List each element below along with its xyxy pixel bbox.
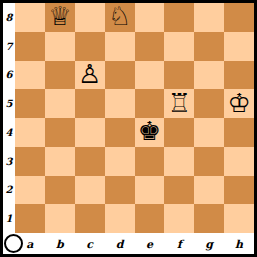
square-h7[interactable] [224,32,254,61]
square-d5[interactable] [105,89,135,118]
square-h2[interactable] [224,176,254,205]
square-e7[interactable] [135,32,165,61]
square-b5[interactable] [45,89,75,118]
square-f4[interactable] [164,118,194,147]
chess-diagram: 8 7 6 5 4 3 2 1 ♕♘♙♖♔♚ a b c d e f g h [0,0,257,257]
square-b8[interactable]: ♕ [45,3,75,32]
square-e3[interactable] [135,147,165,176]
rank-label-6: 6 [3,61,15,90]
square-c1[interactable] [75,204,105,233]
square-d3[interactable] [105,147,135,176]
file-label-e: e [135,233,165,254]
square-c2[interactable] [75,176,105,205]
square-a4[interactable] [15,118,45,147]
square-h4[interactable] [224,118,254,147]
square-g7[interactable] [194,32,224,61]
square-c3[interactable] [75,147,105,176]
square-a8[interactable] [15,3,45,32]
piece-white-king[interactable]: ♔ [227,90,250,116]
square-h8[interactable] [224,3,254,32]
square-a1[interactable] [15,204,45,233]
square-e5[interactable] [135,89,165,118]
square-g2[interactable] [194,176,224,205]
square-f7[interactable] [164,32,194,61]
square-b6[interactable] [45,61,75,90]
piece-white-knight[interactable]: ♘ [108,3,131,29]
piece-black-king[interactable]: ♚ [138,118,161,144]
square-g6[interactable] [194,61,224,90]
square-a3[interactable] [15,147,45,176]
square-a5[interactable] [15,89,45,118]
file-labels: a b c d e f g h [15,233,254,254]
file-label-f: f [164,233,194,254]
square-g8[interactable] [194,3,224,32]
rank-label-1: 1 [3,204,15,233]
rank-label-2: 2 [3,176,15,205]
square-d8[interactable]: ♘ [105,3,135,32]
square-a6[interactable] [15,61,45,90]
square-b7[interactable] [45,32,75,61]
square-f1[interactable] [164,204,194,233]
rank-label-8: 8 [3,3,15,32]
square-d6[interactable] [105,61,135,90]
square-c4[interactable] [75,118,105,147]
square-a2[interactable] [15,176,45,205]
rank-label-7: 7 [3,32,15,61]
square-g5[interactable] [194,89,224,118]
square-f8[interactable] [164,3,194,32]
square-e8[interactable] [135,3,165,32]
rank-label-3: 3 [3,147,15,176]
square-h3[interactable] [224,147,254,176]
square-b1[interactable] [45,204,75,233]
square-d7[interactable] [105,32,135,61]
square-c5[interactable] [75,89,105,118]
square-c8[interactable] [75,3,105,32]
square-g1[interactable] [194,204,224,233]
square-f3[interactable] [164,147,194,176]
square-h1[interactable] [224,204,254,233]
square-h5[interactable]: ♔ [224,89,254,118]
side-to-move-indicator [4,234,23,253]
square-e6[interactable] [135,61,165,90]
chess-board: ♕♘♙♖♔♚ [15,3,254,233]
rank-labels: 8 7 6 5 4 3 2 1 [3,3,15,233]
square-b4[interactable] [45,118,75,147]
square-c6[interactable]: ♙ [75,61,105,90]
square-d2[interactable] [105,176,135,205]
file-label-c: c [75,233,105,254]
file-label-g: g [194,233,224,254]
square-f2[interactable] [164,176,194,205]
piece-white-queen[interactable]: ♕ [48,3,71,29]
square-d4[interactable] [105,118,135,147]
square-c7[interactable] [75,32,105,61]
file-label-h: h [224,233,254,254]
square-g4[interactable] [194,118,224,147]
square-b3[interactable] [45,147,75,176]
square-f6[interactable] [164,61,194,90]
file-label-d: d [105,233,135,254]
piece-white-rook[interactable]: ♖ [168,90,191,116]
square-a7[interactable] [15,32,45,61]
rank-label-5: 5 [3,89,15,118]
file-label-b: b [45,233,75,254]
piece-white-pawn[interactable]: ♙ [78,61,101,87]
square-f5[interactable]: ♖ [164,89,194,118]
square-e1[interactable] [135,204,165,233]
square-e4[interactable]: ♚ [135,118,165,147]
square-b2[interactable] [45,176,75,205]
rank-label-4: 4 [3,118,15,147]
square-h6[interactable] [224,61,254,90]
square-d1[interactable] [105,204,135,233]
square-g3[interactable] [194,147,224,176]
square-e2[interactable] [135,176,165,205]
